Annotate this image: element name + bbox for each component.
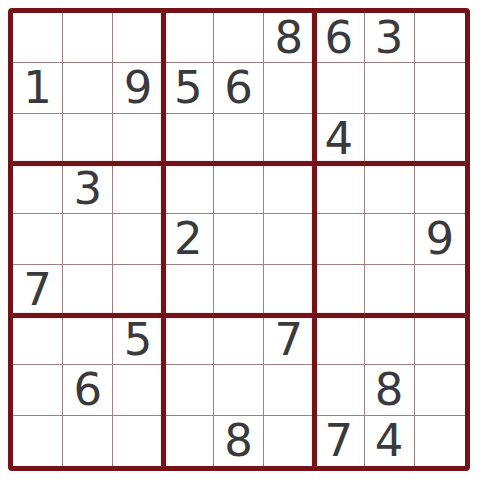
cell-r6c3[interactable] [113,265,163,315]
cell-r2c6[interactable] [264,63,314,113]
cell-r3c7[interactable]: 4 [314,114,364,164]
cell-r8c3[interactable] [113,365,163,415]
cell-r1c3[interactable] [113,13,163,63]
cell-r8c1[interactable] [13,365,63,415]
cell-r6c4[interactable] [164,265,214,315]
sudoku-board: 8631956432975768874 [8,8,470,471]
cell-r9c4[interactable] [164,416,214,466]
cell-r5c3[interactable] [113,214,163,264]
cell-r8c2[interactable]: 6 [63,365,113,415]
cell-r5c5[interactable] [214,214,264,264]
cell-r8c6[interactable] [264,365,314,415]
cell-r9c7[interactable]: 7 [314,416,364,466]
cell-r1c9[interactable] [415,13,465,63]
cell-r5c1[interactable] [13,214,63,264]
cell-r5c6[interactable] [264,214,314,264]
cell-r1c2[interactable] [63,13,113,63]
cell-r4c4[interactable] [164,164,214,214]
cell-r1c6[interactable]: 8 [264,13,314,63]
cell-r7c9[interactable] [415,315,465,365]
cell-r8c5[interactable] [214,365,264,415]
cell-r9c2[interactable] [63,416,113,466]
cell-r4c3[interactable] [113,164,163,214]
cell-r3c6[interactable] [264,114,314,164]
cell-r5c8[interactable] [365,214,415,264]
cell-r7c6[interactable]: 7 [264,315,314,365]
cell-r9c1[interactable] [13,416,63,466]
cell-r2c7[interactable] [314,63,364,113]
cell-r9c5[interactable]: 8 [214,416,264,466]
cell-r9c6[interactable] [264,416,314,466]
cell-r6c5[interactable] [214,265,264,315]
sudoku-grid: 8631956432975768874 [13,13,465,466]
cell-r9c9[interactable] [415,416,465,466]
cell-r8c7[interactable] [314,365,364,415]
cell-r3c3[interactable] [113,114,163,164]
cell-r5c9[interactable]: 9 [415,214,465,264]
cell-r4c9[interactable] [415,164,465,214]
cell-r8c4[interactable] [164,365,214,415]
cell-r2c9[interactable] [415,63,465,113]
cell-r8c9[interactable] [415,365,465,415]
cell-r5c2[interactable] [63,214,113,264]
cell-r2c3[interactable]: 9 [113,63,163,113]
cell-r4c6[interactable] [264,164,314,214]
cell-r7c5[interactable] [214,315,264,365]
cell-r1c8[interactable]: 3 [365,13,415,63]
cell-r4c1[interactable] [13,164,63,214]
cell-r6c9[interactable] [415,265,465,315]
cell-r4c7[interactable] [314,164,364,214]
cell-r4c8[interactable] [365,164,415,214]
cell-r6c7[interactable] [314,265,364,315]
cell-r3c4[interactable] [164,114,214,164]
cell-r5c7[interactable] [314,214,364,264]
cell-r3c8[interactable] [365,114,415,164]
cell-r6c1[interactable]: 7 [13,265,63,315]
cell-r5c4[interactable]: 2 [164,214,214,264]
cell-r1c7[interactable]: 6 [314,13,364,63]
cell-r7c2[interactable] [63,315,113,365]
cell-r2c2[interactable] [63,63,113,113]
cell-r1c4[interactable] [164,13,214,63]
cell-r3c1[interactable] [13,114,63,164]
cell-r2c8[interactable] [365,63,415,113]
cell-r3c2[interactable] [63,114,113,164]
cell-r2c5[interactable]: 6 [214,63,264,113]
cell-r9c8[interactable]: 4 [365,416,415,466]
cell-r7c3[interactable]: 5 [113,315,163,365]
cell-r7c8[interactable] [365,315,415,365]
cell-r3c5[interactable] [214,114,264,164]
cell-r7c7[interactable] [314,315,364,365]
cell-r3c9[interactable] [415,114,465,164]
cell-r1c1[interactable] [13,13,63,63]
cell-r1c5[interactable] [214,13,264,63]
sudoku-board-wrapper: 8631956432975768874 [8,8,470,471]
cell-r4c2[interactable]: 3 [63,164,113,214]
cell-r7c1[interactable] [13,315,63,365]
cell-r6c2[interactable] [63,265,113,315]
cell-r6c6[interactable] [264,265,314,315]
cell-r7c4[interactable] [164,315,214,365]
cell-r6c8[interactable] [365,265,415,315]
cell-r9c3[interactable] [113,416,163,466]
cell-r2c4[interactable]: 5 [164,63,214,113]
cell-r2c1[interactable]: 1 [13,63,63,113]
cell-r4c5[interactable] [214,164,264,214]
cell-r8c8[interactable]: 8 [365,365,415,415]
